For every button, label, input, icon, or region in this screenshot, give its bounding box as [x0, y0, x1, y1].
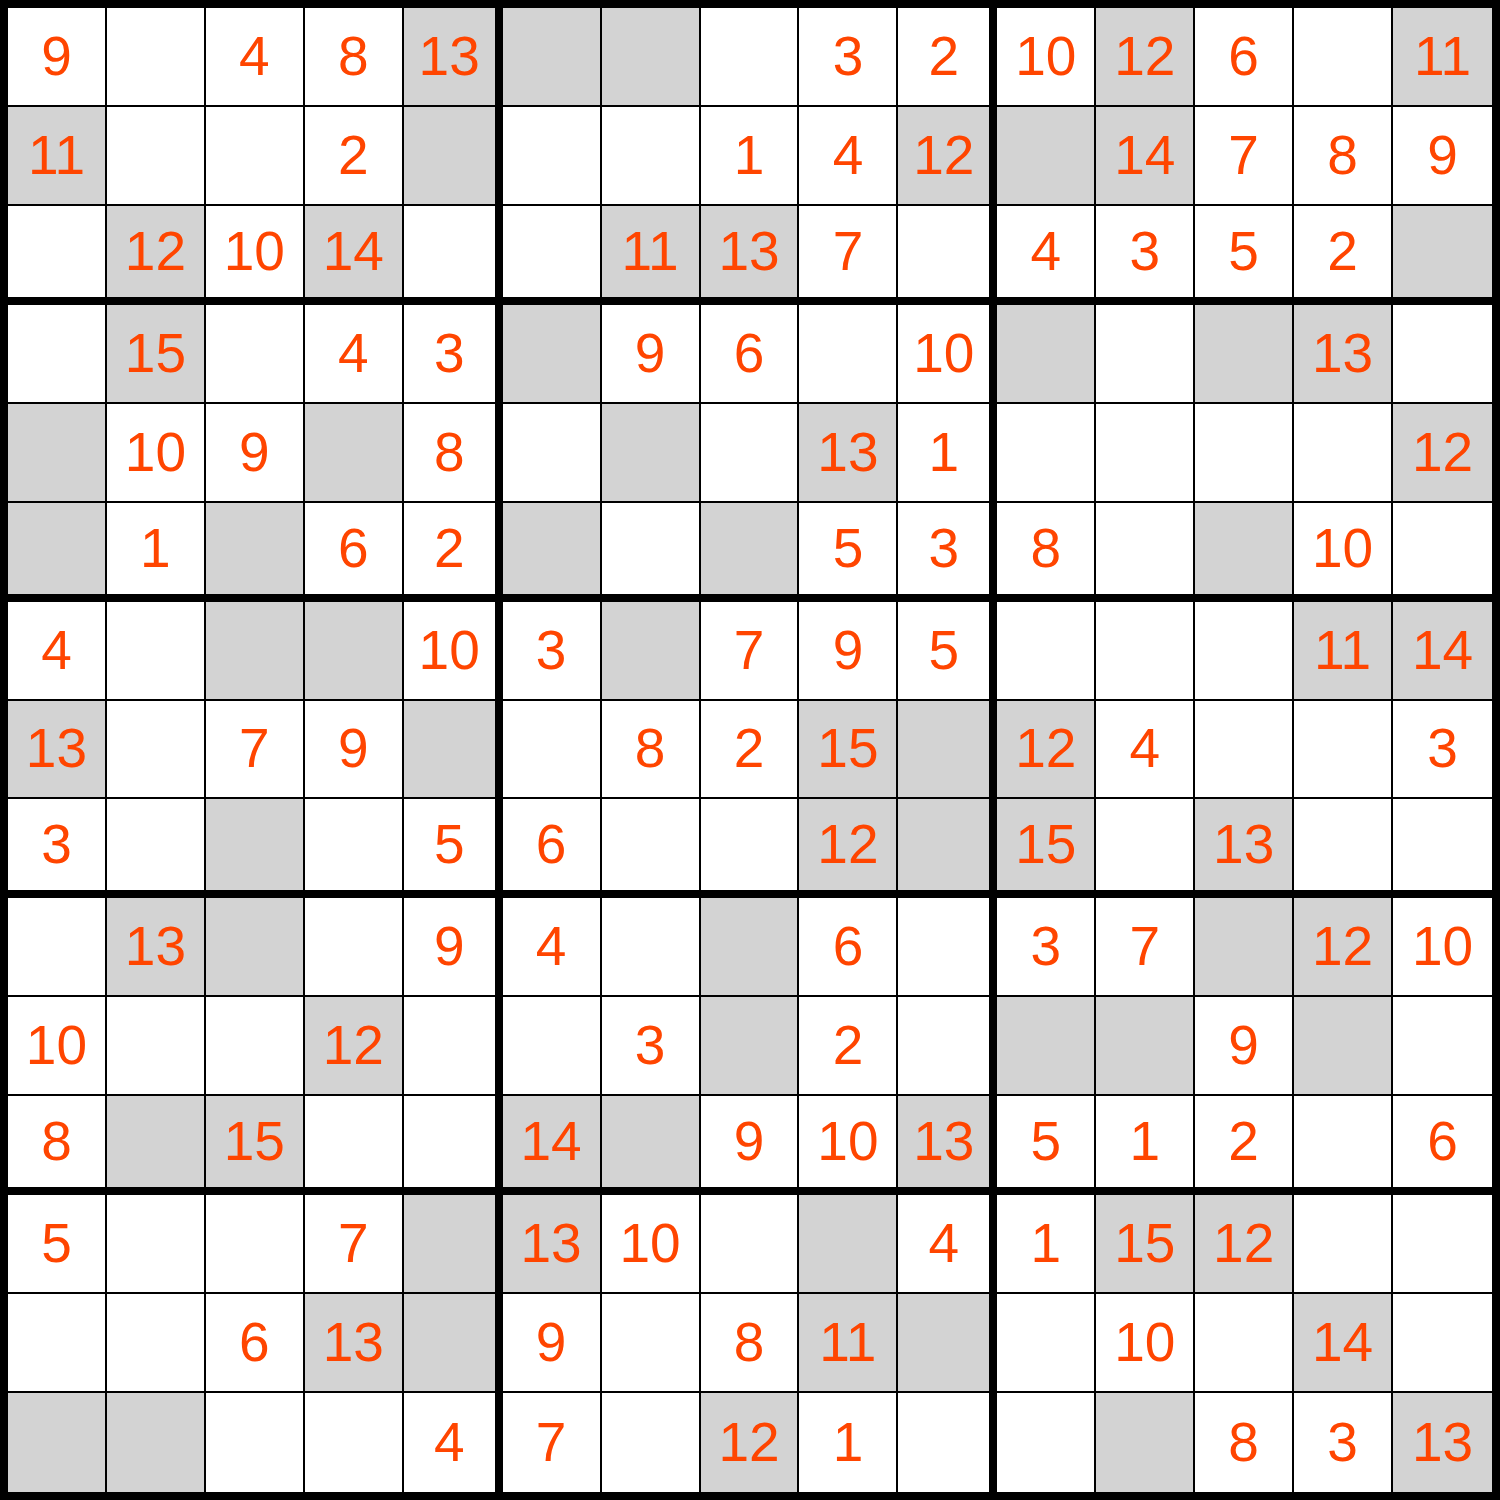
cell-r10c7[interactable]	[602, 898, 701, 997]
cell-value: 13	[718, 224, 779, 279]
cell-r3c1[interactable]	[8, 206, 107, 305]
cell-r15c14[interactable]: 3	[1294, 1393, 1393, 1492]
cell-r1c7[interactable]	[602, 8, 701, 107]
cell-r6c15[interactable]	[1393, 503, 1492, 602]
cell-r3c11[interactable]: 4	[997, 206, 1096, 305]
cell-r4c10[interactable]: 10	[898, 305, 997, 404]
cell-r14c4[interactable]: 13	[305, 1294, 404, 1393]
cell-value: 10	[1015, 29, 1076, 84]
cell-r12c14[interactable]	[1294, 1096, 1393, 1195]
cell-r7c11[interactable]	[997, 602, 1096, 701]
cell-value: 5	[434, 817, 465, 872]
cell-r3c15[interactable]	[1393, 206, 1492, 305]
cell-value: 9	[833, 623, 864, 678]
cell-value: 8	[1228, 1415, 1259, 1470]
cell-r13c9[interactable]	[799, 1195, 898, 1294]
cell-r13c13[interactable]: 12	[1195, 1195, 1294, 1294]
cell-value: 1	[929, 425, 960, 480]
cell-r1c4[interactable]: 8	[305, 8, 404, 107]
cell-r14c5[interactable]	[404, 1294, 503, 1393]
cell-r5c4[interactable]	[305, 404, 404, 503]
cell-value: 4	[1031, 224, 1062, 279]
cell-value: 2	[833, 1018, 864, 1073]
cell-r13c10[interactable]: 4	[898, 1195, 997, 1294]
cell-r2c13[interactable]: 7	[1195, 107, 1294, 206]
cell-r4c13[interactable]	[1195, 305, 1294, 404]
cell-value: 5	[833, 521, 864, 576]
cell-value: 13	[323, 1315, 384, 1370]
cell-r5c12[interactable]	[1096, 404, 1195, 503]
cell-r11c4[interactable]: 12	[305, 997, 404, 1096]
cell-r9c4[interactable]	[305, 799, 404, 898]
cell-r4c15[interactable]	[1393, 305, 1492, 404]
cell-r1c11[interactable]: 10	[997, 8, 1096, 107]
cell-r3c13[interactable]: 5	[1195, 206, 1294, 305]
cell-value: 7	[833, 224, 864, 279]
cell-r10c11[interactable]: 3	[997, 898, 1096, 997]
cell-r4c11[interactable]	[997, 305, 1096, 404]
cell-r13c14[interactable]	[1294, 1195, 1393, 1294]
cell-r3c7[interactable]: 11	[602, 206, 701, 305]
cell-r14c11[interactable]	[997, 1294, 1096, 1393]
cell-value: 2	[1228, 1114, 1259, 1169]
cell-r5c14[interactable]	[1294, 404, 1393, 503]
cell-r4c12[interactable]	[1096, 305, 1195, 404]
cell-value: 7	[734, 623, 765, 678]
cell-r4c4[interactable]: 4	[305, 305, 404, 404]
cell-r7c12[interactable]	[1096, 602, 1195, 701]
cell-value: 12	[323, 1018, 384, 1073]
cell-r6c9[interactable]: 5	[799, 503, 898, 602]
cell-value: 10	[26, 1018, 87, 1073]
cell-r1c2[interactable]	[107, 8, 206, 107]
cell-r6c8[interactable]	[701, 503, 800, 602]
cell-value: 12	[1213, 1216, 1274, 1271]
cell-value: 4	[1129, 721, 1160, 776]
cell-r6c6[interactable]	[503, 503, 602, 602]
cell-value: 2	[338, 128, 369, 183]
cell-r5c13[interactable]	[1195, 404, 1294, 503]
cell-r2c6[interactable]	[503, 107, 602, 206]
cell-r13c12[interactable]: 15	[1096, 1195, 1195, 1294]
cell-r7c2[interactable]	[107, 602, 206, 701]
cell-r9c15[interactable]	[1393, 799, 1492, 898]
cell-value: 4	[41, 623, 72, 678]
cell-r5c10[interactable]: 1	[898, 404, 997, 503]
cell-r6c2[interactable]: 1	[107, 503, 206, 602]
cell-r3c3[interactable]: 10	[206, 206, 305, 305]
cell-r1c14[interactable]	[1294, 8, 1393, 107]
cell-value: 12	[817, 817, 878, 872]
cell-r2c15[interactable]: 9	[1393, 107, 1492, 206]
cell-r9c7[interactable]	[602, 799, 701, 898]
cell-r11c7[interactable]: 3	[602, 997, 701, 1096]
cell-r10c10[interactable]	[898, 898, 997, 997]
cell-r15c4[interactable]	[305, 1393, 404, 1492]
cell-r12c5[interactable]	[404, 1096, 503, 1195]
cell-r6c5[interactable]: 2	[404, 503, 503, 602]
cell-r15c11[interactable]	[997, 1393, 1096, 1492]
cell-r15c15[interactable]: 13	[1393, 1393, 1492, 1492]
cell-r14c2[interactable]	[107, 1294, 206, 1393]
cell-value: 6	[833, 919, 864, 974]
cell-r10c9[interactable]: 6	[799, 898, 898, 997]
cell-r15c3[interactable]	[206, 1393, 305, 1492]
cell-value: 1	[1031, 1216, 1062, 1271]
cell-value: 1	[140, 521, 171, 576]
cell-r5c15[interactable]: 12	[1393, 404, 1492, 503]
cell-r12c10[interactable]: 13	[898, 1096, 997, 1195]
cell-value: 2	[434, 521, 465, 576]
cell-r13c6[interactable]: 13	[503, 1195, 602, 1294]
cell-r12c15[interactable]: 6	[1393, 1096, 1492, 1195]
cell-r8c13[interactable]	[1195, 701, 1294, 800]
cell-r11c14[interactable]	[1294, 997, 1393, 1096]
cell-r15c10[interactable]	[898, 1393, 997, 1492]
cell-value: 15	[224, 1114, 285, 1169]
cell-r13c3[interactable]	[206, 1195, 305, 1294]
cell-r2c4[interactable]: 2	[305, 107, 404, 206]
cell-r9c2[interactable]	[107, 799, 206, 898]
cell-r9c5[interactable]: 5	[404, 799, 503, 898]
cell-r8c8[interactable]: 2	[701, 701, 800, 800]
cell-value: 5	[929, 623, 960, 678]
cell-r14c12[interactable]: 10	[1096, 1294, 1195, 1393]
cell-r11c11[interactable]	[997, 997, 1096, 1096]
cell-r8c4[interactable]: 9	[305, 701, 404, 800]
cell-r10c12[interactable]: 7	[1096, 898, 1195, 997]
cell-r1c9[interactable]: 3	[799, 8, 898, 107]
cell-r1c12[interactable]: 12	[1096, 8, 1195, 107]
cell-r11c3[interactable]	[206, 997, 305, 1096]
cell-r8c14[interactable]	[1294, 701, 1393, 800]
cell-r5c2[interactable]: 10	[107, 404, 206, 503]
cell-r4c8[interactable]: 6	[701, 305, 800, 404]
cell-r14c3[interactable]: 6	[206, 1294, 305, 1393]
cell-r6c7[interactable]	[602, 503, 701, 602]
cell-r6c4[interactable]: 6	[305, 503, 404, 602]
cell-r11c10[interactable]	[898, 997, 997, 1096]
cell-value: 8	[635, 721, 666, 776]
cell-r13c8[interactable]	[701, 1195, 800, 1294]
cell-r10c4[interactable]	[305, 898, 404, 997]
cell-r3c9[interactable]: 7	[799, 206, 898, 305]
cell-r9c13[interactable]: 13	[1195, 799, 1294, 898]
cell-r7c13[interactable]	[1195, 602, 1294, 701]
cell-r1c5[interactable]: 13	[404, 8, 503, 107]
cell-r3c14[interactable]: 2	[1294, 206, 1393, 305]
cell-r7c9[interactable]: 9	[799, 602, 898, 701]
sudoku-board: 9481332101261111214121478912101411137435…	[0, 0, 1500, 1500]
cell-r14c10[interactable]	[898, 1294, 997, 1393]
cell-r12c4[interactable]	[305, 1096, 404, 1195]
cell-value: 8	[41, 1114, 72, 1169]
cell-r12c9[interactable]: 10	[799, 1096, 898, 1195]
cell-value: 11	[622, 224, 679, 279]
cell-value: 6	[338, 521, 369, 576]
cell-r7c4[interactable]	[305, 602, 404, 701]
cell-r3c10[interactable]	[898, 206, 997, 305]
cell-r6c13[interactable]	[1195, 503, 1294, 602]
cell-r1c15[interactable]: 11	[1393, 8, 1492, 107]
cell-r13c4[interactable]: 7	[305, 1195, 404, 1294]
cell-value: 4	[338, 326, 369, 381]
cell-r6c14[interactable]: 10	[1294, 503, 1393, 602]
cell-r2c8[interactable]: 1	[701, 107, 800, 206]
cell-r11c9[interactable]: 2	[799, 997, 898, 1096]
cell-r10c13[interactable]	[1195, 898, 1294, 997]
cell-r15c12[interactable]	[1096, 1393, 1195, 1492]
cell-r12c11[interactable]: 5	[997, 1096, 1096, 1195]
cell-r13c5[interactable]	[404, 1195, 503, 1294]
cell-r9c6[interactable]: 6	[503, 799, 602, 898]
cell-value: 6	[1427, 1114, 1458, 1169]
cell-r13c2[interactable]	[107, 1195, 206, 1294]
cell-r13c1[interactable]: 5	[8, 1195, 107, 1294]
cell-value: 2	[929, 29, 960, 84]
cell-r4c5[interactable]: 3	[404, 305, 503, 404]
cell-r10c6[interactable]: 4	[503, 898, 602, 997]
cell-value: 10	[419, 623, 480, 678]
cell-value: 4	[239, 29, 270, 84]
cell-r5c7[interactable]	[602, 404, 701, 503]
cell-value: 13	[521, 1216, 582, 1271]
cell-value: 15	[125, 326, 186, 381]
cell-r14c13[interactable]	[1195, 1294, 1294, 1393]
cell-r8c6[interactable]	[503, 701, 602, 800]
cell-value: 3	[1031, 919, 1062, 974]
cell-r11c2[interactable]	[107, 997, 206, 1096]
cell-value: 1	[734, 128, 765, 183]
cell-value: 7	[338, 1216, 369, 1271]
cell-r7c8[interactable]: 7	[701, 602, 800, 701]
cell-r12c13[interactable]: 2	[1195, 1096, 1294, 1195]
cell-value: 3	[1427, 721, 1458, 776]
cell-value: 9	[1427, 128, 1458, 183]
cell-r6c11[interactable]: 8	[997, 503, 1096, 602]
cell-r9c12[interactable]	[1096, 799, 1195, 898]
cell-r1c3[interactable]: 4	[206, 8, 305, 107]
cell-r1c1[interactable]: 9	[8, 8, 107, 107]
cell-r2c7[interactable]	[602, 107, 701, 206]
cell-r9c14[interactable]	[1294, 799, 1393, 898]
cell-r7c6[interactable]: 3	[503, 602, 602, 701]
cell-value: 10	[1412, 919, 1473, 974]
cell-r3c4[interactable]: 14	[305, 206, 404, 305]
cell-value: 12	[1114, 29, 1175, 84]
cell-value: 14	[1114, 128, 1175, 183]
cell-r4c6[interactable]	[503, 305, 602, 404]
cell-r15c9[interactable]: 1	[799, 1393, 898, 1492]
cell-value: 13	[1213, 817, 1274, 872]
cell-r1c13[interactable]: 6	[1195, 8, 1294, 107]
cell-r11c13[interactable]: 9	[1195, 997, 1294, 1096]
cell-r2c12[interactable]: 14	[1096, 107, 1195, 206]
cell-r7c1[interactable]: 4	[8, 602, 107, 701]
cell-r9c9[interactable]: 12	[799, 799, 898, 898]
cell-value: 14	[1312, 1315, 1373, 1370]
cell-r2c2[interactable]	[107, 107, 206, 206]
cell-value: 14	[323, 224, 384, 279]
cell-value: 6	[1228, 29, 1259, 84]
cell-value: 13	[125, 919, 186, 974]
cell-r13c11[interactable]: 1	[997, 1195, 1096, 1294]
cell-r11c8[interactable]	[701, 997, 800, 1096]
cell-value: 6	[239, 1315, 270, 1370]
cell-r1c10[interactable]: 2	[898, 8, 997, 107]
cell-r11c5[interactable]	[404, 997, 503, 1096]
cell-r3c2[interactable]: 12	[107, 206, 206, 305]
cell-r14c7[interactable]	[602, 1294, 701, 1393]
cell-r5c3[interactable]: 9	[206, 404, 305, 503]
cell-r14c6[interactable]: 9	[503, 1294, 602, 1393]
cell-value: 13	[1312, 326, 1373, 381]
cell-r9c10[interactable]	[898, 799, 997, 898]
cell-r12c3[interactable]: 15	[206, 1096, 305, 1195]
cell-r9c11[interactable]: 15	[997, 799, 1096, 898]
cell-r15c8[interactable]: 12	[701, 1393, 800, 1492]
cell-value: 4	[833, 128, 864, 183]
cell-r15c13[interactable]: 8	[1195, 1393, 1294, 1492]
cell-r5c8[interactable]	[701, 404, 800, 503]
cell-r4c14[interactable]: 13	[1294, 305, 1393, 404]
cell-value: 9	[434, 919, 465, 974]
cell-r2c11[interactable]	[997, 107, 1096, 206]
cell-value: 3	[929, 521, 960, 576]
cell-r13c15[interactable]	[1393, 1195, 1492, 1294]
cell-r6c10[interactable]: 3	[898, 503, 997, 602]
cell-value: 8	[434, 425, 465, 480]
cell-r5c1[interactable]	[8, 404, 107, 503]
cell-r4c2[interactable]: 15	[107, 305, 206, 404]
cell-r9c1[interactable]: 3	[8, 799, 107, 898]
cell-r3c6[interactable]	[503, 206, 602, 305]
cell-value: 13	[817, 425, 878, 480]
cell-r9c3[interactable]	[206, 799, 305, 898]
cell-r8c5[interactable]	[404, 701, 503, 800]
cell-r1c8[interactable]	[701, 8, 800, 107]
cell-r1c6[interactable]	[503, 8, 602, 107]
cell-r8c15[interactable]: 3	[1393, 701, 1492, 800]
cell-r10c14[interactable]: 12	[1294, 898, 1393, 997]
cell-r8c10[interactable]	[898, 701, 997, 800]
cell-r6c12[interactable]	[1096, 503, 1195, 602]
cell-r7c7[interactable]	[602, 602, 701, 701]
cell-r5c11[interactable]	[997, 404, 1096, 503]
cell-r2c5[interactable]	[404, 107, 503, 206]
cell-r3c5[interactable]	[404, 206, 503, 305]
cell-r8c7[interactable]: 8	[602, 701, 701, 800]
cell-r5c5[interactable]: 8	[404, 404, 503, 503]
cell-r14c1[interactable]	[8, 1294, 107, 1393]
cell-value: 12	[125, 224, 186, 279]
cell-r7c5[interactable]: 10	[404, 602, 503, 701]
cell-r11c1[interactable]: 10	[8, 997, 107, 1096]
cell-r6c3[interactable]	[206, 503, 305, 602]
cell-r8c11[interactable]: 12	[997, 701, 1096, 800]
cell-r12c1[interactable]: 8	[8, 1096, 107, 1195]
cell-r15c5[interactable]: 4	[404, 1393, 503, 1492]
cell-r14c15[interactable]	[1393, 1294, 1492, 1393]
cell-r9c8[interactable]	[701, 799, 800, 898]
cell-r2c3[interactable]	[206, 107, 305, 206]
cell-value: 5	[41, 1216, 72, 1271]
cell-r7c14[interactable]: 11	[1294, 602, 1393, 701]
cell-r2c10[interactable]: 12	[898, 107, 997, 206]
cell-r6c1[interactable]	[8, 503, 107, 602]
cell-r12c8[interactable]: 9	[701, 1096, 800, 1195]
cell-r14c14[interactable]: 14	[1294, 1294, 1393, 1393]
cell-value: 7	[1228, 128, 1259, 183]
cell-value: 6	[734, 326, 765, 381]
cell-value: 4	[434, 1415, 465, 1470]
cell-r15c6[interactable]: 7	[503, 1393, 602, 1492]
cell-r15c1[interactable]	[8, 1393, 107, 1492]
cell-r4c3[interactable]	[206, 305, 305, 404]
cell-r4c9[interactable]	[799, 305, 898, 404]
cell-r7c10[interactable]: 5	[898, 602, 997, 701]
cell-r7c15[interactable]: 14	[1393, 602, 1492, 701]
cell-r7c3[interactable]	[206, 602, 305, 701]
cell-r8c2[interactable]	[107, 701, 206, 800]
cell-r2c14[interactable]: 8	[1294, 107, 1393, 206]
cell-r5c6[interactable]	[503, 404, 602, 503]
cell-r10c1[interactable]	[8, 898, 107, 997]
cell-r8c9[interactable]: 15	[799, 701, 898, 800]
cell-value: 14	[521, 1114, 582, 1169]
cell-r12c2[interactable]	[107, 1096, 206, 1195]
cell-r8c3[interactable]: 7	[206, 701, 305, 800]
cell-r12c7[interactable]	[602, 1096, 701, 1195]
cell-r12c12[interactable]: 1	[1096, 1096, 1195, 1195]
cell-r15c7[interactable]	[602, 1393, 701, 1492]
cell-r14c9[interactable]: 11	[799, 1294, 898, 1393]
cell-r8c1[interactable]: 13	[8, 701, 107, 800]
cell-value: 2	[1327, 224, 1358, 279]
cell-value: 10	[817, 1114, 878, 1169]
cell-value: 7	[1129, 919, 1160, 974]
cell-r11c12[interactable]	[1096, 997, 1195, 1096]
cell-r13c7[interactable]: 10	[602, 1195, 701, 1294]
cell-r12c6[interactable]: 14	[503, 1096, 602, 1195]
cell-r2c9[interactable]: 4	[799, 107, 898, 206]
cell-r14c8[interactable]: 8	[701, 1294, 800, 1393]
cell-r4c7[interactable]: 9	[602, 305, 701, 404]
cell-r15c2[interactable]	[107, 1393, 206, 1492]
cell-r8c12[interactable]: 4	[1096, 701, 1195, 800]
cell-value: 12	[1312, 919, 1373, 974]
cell-value: 12	[1412, 425, 1473, 480]
cell-r11c6[interactable]	[503, 997, 602, 1096]
cell-r5c9[interactable]: 13	[799, 404, 898, 503]
cell-r10c15[interactable]: 10	[1393, 898, 1492, 997]
cell-value: 11	[1314, 623, 1371, 678]
cell-r10c2[interactable]: 13	[107, 898, 206, 997]
cell-r2c1[interactable]: 11	[8, 107, 107, 206]
cell-value: 10	[1114, 1315, 1175, 1370]
cell-r4c1[interactable]	[8, 305, 107, 404]
cell-r10c8[interactable]	[701, 898, 800, 997]
cell-value: 3	[536, 623, 567, 678]
cell-r11c15[interactable]	[1393, 997, 1492, 1096]
cell-r3c12[interactable]: 3	[1096, 206, 1195, 305]
cell-r10c5[interactable]: 9	[404, 898, 503, 997]
cell-r10c3[interactable]	[206, 898, 305, 997]
cell-value: 10	[619, 1216, 680, 1271]
cell-r3c8[interactable]: 13	[701, 206, 800, 305]
cell-value: 8	[734, 1315, 765, 1370]
cell-value: 1	[833, 1415, 864, 1470]
